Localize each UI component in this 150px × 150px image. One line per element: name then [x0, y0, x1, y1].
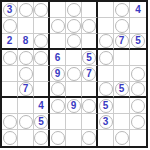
cell-r1c7[interactable] — [98, 2, 114, 18]
circle-mark — [19, 67, 33, 81]
circled-given: 5 — [99, 99, 113, 113]
circle-mark — [99, 34, 113, 48]
cell-r8c2[interactable] — [18, 114, 34, 130]
cell-r2c8[interactable] — [114, 18, 130, 34]
cell-r4c1[interactable] — [2, 50, 18, 66]
given-digit: 4 — [130, 2, 146, 17]
cell-r9c8[interactable] — [114, 130, 130, 146]
circled-given: 3 — [3, 3, 17, 17]
circle-mark — [131, 67, 145, 81]
cell-r2c1[interactable] — [2, 18, 18, 34]
cell-r1c3[interactable] — [34, 2, 50, 18]
circle-mark — [131, 82, 145, 96]
circled-given: 7 — [115, 34, 129, 48]
cell-r5c9[interactable] — [130, 66, 146, 82]
cell-r8c4[interactable] — [50, 114, 66, 130]
circle-mark — [19, 3, 33, 17]
circled-given: 7 — [82, 67, 96, 81]
cell-r3c2[interactable]: 8 — [18, 34, 34, 50]
given-digit: 4 — [34, 98, 48, 113]
cell-r5c2[interactable] — [18, 66, 34, 82]
circled-given: 3 — [99, 115, 113, 129]
cell-r8c5[interactable] — [66, 114, 82, 130]
cell-r9c9[interactable] — [130, 130, 146, 146]
cell-r7c7[interactable]: 5 — [98, 98, 114, 114]
cell-r6c1[interactable] — [2, 82, 18, 98]
circle-mark — [115, 3, 129, 17]
given-digit: 7 — [23, 84, 29, 94]
cell-r5c1[interactable] — [2, 66, 18, 82]
given-digit: 9 — [55, 69, 61, 79]
cell-r2c5[interactable] — [66, 18, 82, 34]
given-digit: 7 — [86, 69, 92, 79]
cell-r7c8[interactable] — [114, 98, 130, 114]
cell-r3c7[interactable] — [98, 34, 114, 50]
cell-r3c6[interactable] — [82, 34, 98, 50]
cell-r3c9[interactable]: 5 — [130, 34, 146, 50]
given-digit: 7 — [119, 36, 125, 46]
cell-r6c8[interactable]: 5 — [114, 82, 130, 98]
cell-r6c9[interactable] — [130, 82, 146, 98]
cell-r7c3[interactable]: 4 — [34, 98, 50, 114]
cell-r6c6[interactable] — [82, 82, 98, 98]
cell-r5c8[interactable] — [114, 66, 130, 82]
circle-mark — [82, 99, 96, 113]
circle-mark — [131, 99, 145, 113]
cell-r1c6[interactable] — [82, 2, 98, 18]
cell-r1c2[interactable] — [18, 2, 34, 18]
circled-given: 7 — [19, 82, 33, 96]
cell-r4c9[interactable] — [130, 50, 146, 66]
circled-given: 9 — [67, 99, 81, 113]
cell-r6c2[interactable]: 7 — [18, 82, 34, 98]
cell-r2c9[interactable] — [130, 18, 146, 34]
circled-given: 5 — [82, 51, 96, 65]
cell-r7c5[interactable]: 9 — [66, 98, 82, 114]
cell-r9c4[interactable] — [50, 130, 66, 146]
circled-given: 9 — [51, 67, 65, 81]
cell-r4c4[interactable]: 6 — [50, 50, 66, 66]
cell-r9c6[interactable] — [82, 130, 98, 146]
circled-given: 5 — [131, 34, 145, 48]
circle-mark — [51, 131, 65, 145]
cell-r2c3[interactable] — [34, 18, 50, 34]
circle-mark — [131, 115, 145, 129]
cell-r7c6[interactable] — [82, 98, 98, 114]
cell-r9c1[interactable] — [2, 130, 18, 146]
cell-r4c3[interactable] — [34, 50, 50, 66]
circle-mark — [82, 19, 96, 33]
cell-r4c6[interactable]: 5 — [82, 50, 98, 66]
cell-r7c4[interactable] — [50, 98, 66, 114]
cell-r1c5[interactable] — [66, 2, 82, 18]
cell-r1c1[interactable]: 3 — [2, 2, 18, 18]
circle-mark — [19, 115, 33, 129]
given-digit: 9 — [71, 101, 77, 111]
cell-r2c2[interactable] — [18, 18, 34, 34]
cell-r8c8[interactable] — [114, 114, 130, 130]
circle-mark — [67, 3, 81, 17]
circle-mark — [67, 67, 81, 81]
circle-mark — [34, 51, 48, 65]
cell-r3c8[interactable]: 7 — [114, 34, 130, 50]
cell-r4c5[interactable] — [66, 50, 82, 66]
cell-r4c2[interactable] — [18, 50, 34, 66]
cell-r2c4[interactable] — [50, 18, 66, 34]
cell-r5c7[interactable] — [98, 66, 114, 82]
circle-mark — [34, 131, 48, 145]
circled-given: 5 — [34, 115, 48, 129]
cell-r3c3[interactable] — [34, 34, 50, 50]
circle-mark — [82, 131, 96, 145]
circle-mark — [99, 51, 113, 65]
circle-mark — [67, 34, 81, 48]
given-digit: 5 — [38, 117, 44, 127]
cell-r8c6[interactable] — [82, 114, 98, 130]
cell-r8c3[interactable]: 5 — [34, 114, 50, 130]
circle-mark — [3, 19, 17, 33]
cell-r8c1[interactable] — [2, 114, 18, 130]
cell-r9c2[interactable] — [18, 130, 34, 146]
cell-r4c7[interactable] — [98, 50, 114, 66]
circle-mark — [34, 3, 48, 17]
cell-r6c4[interactable] — [50, 82, 66, 98]
cell-r7c9[interactable] — [130, 98, 146, 114]
cell-r9c3[interactable] — [34, 130, 50, 146]
cell-r4c8[interactable] — [114, 50, 130, 66]
cell-r5c6[interactable]: 7 — [82, 66, 98, 82]
circle-mark — [67, 19, 81, 33]
given-digit: 5 — [103, 101, 109, 111]
given-digit: 2 — [2, 34, 17, 48]
circled-given: 5 — [115, 82, 129, 96]
circle-mark — [34, 34, 48, 48]
cell-r1c9[interactable]: 4 — [130, 2, 146, 18]
cell-r2c6[interactable] — [82, 18, 98, 34]
circle-mark — [51, 82, 65, 96]
cell-r3c5[interactable] — [66, 34, 82, 50]
cell-r6c5[interactable] — [66, 82, 82, 98]
circle-mark — [115, 19, 129, 33]
given-digit: 5 — [86, 53, 92, 63]
cell-r2c7[interactable] — [98, 18, 114, 34]
circle-mark — [115, 131, 129, 145]
cell-r7c1[interactable] — [2, 98, 18, 114]
cell-r5c5[interactable] — [66, 66, 82, 82]
cell-r3c1[interactable]: 2 — [2, 34, 18, 50]
given-digit: 8 — [18, 34, 33, 48]
circle-mark — [19, 51, 33, 65]
cell-r8c9[interactable] — [130, 114, 146, 130]
circle-mark — [3, 131, 17, 145]
cell-r6c7[interactable] — [98, 82, 114, 98]
cell-r1c4[interactable] — [50, 2, 66, 18]
given-digit: 3 — [103, 117, 109, 127]
given-digit: 3 — [7, 5, 13, 15]
cell-r5c4[interactable]: 9 — [50, 66, 66, 82]
given-digit: 5 — [119, 84, 125, 94]
cell-r3c4[interactable] — [50, 34, 66, 50]
cell-r7c2[interactable] — [18, 98, 34, 114]
circle-mark — [3, 51, 17, 65]
cell-r8c7[interactable]: 3 — [98, 114, 114, 130]
cell-r5c3[interactable] — [34, 66, 50, 82]
cell-r9c5[interactable] — [66, 130, 82, 146]
given-digit: 5 — [135, 36, 141, 46]
sudoku-board: 34287565977549553 — [0, 0, 148, 148]
cell-r6c3[interactable] — [34, 82, 50, 98]
circle-mark — [51, 19, 65, 33]
circle-mark — [99, 82, 113, 96]
cell-r1c8[interactable] — [114, 2, 130, 18]
given-digit: 6 — [50, 50, 65, 65]
circle-mark — [51, 99, 65, 113]
circle-mark — [3, 115, 17, 129]
cell-r9c7[interactable] — [98, 130, 114, 146]
